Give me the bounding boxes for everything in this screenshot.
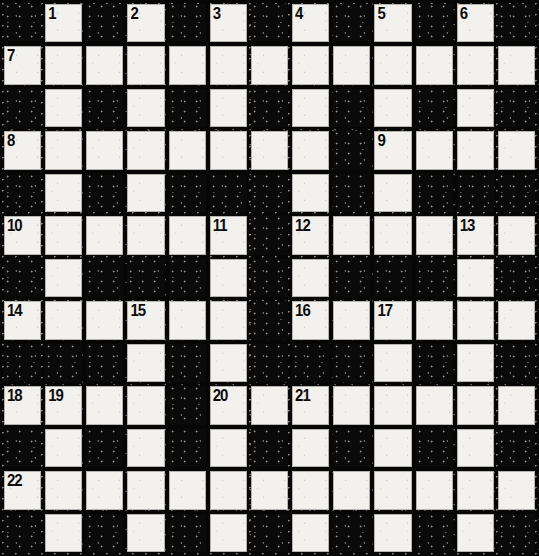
white-cell-r11c11[interactable] bbox=[457, 471, 494, 509]
black-cell-r6c2 bbox=[86, 259, 123, 297]
black-cell-r10c0 bbox=[4, 429, 41, 467]
white-cell-r11c8[interactable] bbox=[333, 471, 370, 509]
clue-number-1: 1 bbox=[48, 4, 55, 22]
white-cell-r1c10[interactable] bbox=[416, 46, 453, 84]
black-cell-r6c6 bbox=[251, 259, 288, 297]
black-cell-r6c12 bbox=[498, 259, 535, 297]
clue-number-20: 20 bbox=[213, 386, 228, 404]
white-cell-r1c2[interactable] bbox=[86, 46, 123, 84]
white-cell-r5c1[interactable] bbox=[45, 216, 82, 254]
white-cell-r2c11[interactable] bbox=[457, 89, 494, 127]
black-cell-r6c10 bbox=[416, 259, 453, 297]
black-cell-r12c10 bbox=[416, 514, 453, 552]
white-cell-r9c1[interactable]: 19 bbox=[45, 386, 82, 424]
clue-number-5: 5 bbox=[377, 4, 384, 22]
white-cell-r0c3[interactable]: 2 bbox=[127, 4, 164, 42]
black-cell-r2c8 bbox=[333, 89, 370, 127]
white-cell-r11c2[interactable] bbox=[86, 471, 123, 509]
white-cell-r10c3[interactable] bbox=[127, 429, 164, 467]
white-cell-r1c6[interactable] bbox=[251, 46, 288, 84]
white-cell-r2c1[interactable] bbox=[45, 89, 82, 127]
white-cell-r6c5[interactable] bbox=[210, 259, 247, 297]
white-cell-r9c10[interactable] bbox=[416, 386, 453, 424]
black-cell-r10c10 bbox=[416, 429, 453, 467]
black-cell-r2c6 bbox=[251, 89, 288, 127]
white-cell-r7c10[interactable] bbox=[416, 301, 453, 339]
white-cell-r1c8[interactable] bbox=[333, 46, 370, 84]
black-cell-r0c4 bbox=[169, 4, 206, 42]
white-cell-r3c5[interactable] bbox=[210, 131, 247, 169]
white-cell-r0c5[interactable]: 3 bbox=[210, 4, 247, 42]
black-cell-r8c8 bbox=[333, 344, 370, 382]
clue-number-22: 22 bbox=[7, 471, 22, 489]
black-cell-r2c4 bbox=[169, 89, 206, 127]
white-cell-r1c0[interactable]: 7 bbox=[4, 46, 41, 84]
white-cell-r0c11[interactable]: 6 bbox=[457, 4, 494, 42]
black-cell-r12c4 bbox=[169, 514, 206, 552]
black-cell-r0c6 bbox=[251, 4, 288, 42]
black-cell-r4c8 bbox=[333, 174, 370, 212]
white-cell-r12c1[interactable] bbox=[45, 514, 82, 552]
white-cell-r2c5[interactable] bbox=[210, 89, 247, 127]
black-cell-r8c7 bbox=[292, 344, 329, 382]
white-cell-r10c5[interactable] bbox=[210, 429, 247, 467]
clue-number-8: 8 bbox=[7, 131, 14, 149]
black-cell-r8c1 bbox=[45, 344, 82, 382]
white-cell-r1c9[interactable] bbox=[374, 46, 411, 84]
black-cell-r8c10 bbox=[416, 344, 453, 382]
white-cell-r8c3[interactable] bbox=[127, 344, 164, 382]
white-cell-r9c9[interactable] bbox=[374, 386, 411, 424]
black-cell-r10c2 bbox=[86, 429, 123, 467]
white-cell-r12c5[interactable] bbox=[210, 514, 247, 552]
white-cell-r7c3[interactable]: 15 bbox=[127, 301, 164, 339]
white-cell-r6c1[interactable] bbox=[45, 259, 82, 297]
white-cell-r9c12[interactable] bbox=[498, 386, 535, 424]
white-cell-r1c1[interactable] bbox=[45, 46, 82, 84]
black-cell-r4c5 bbox=[210, 174, 247, 212]
clue-number-9: 9 bbox=[377, 131, 384, 149]
white-cell-r5c7[interactable]: 12 bbox=[292, 216, 329, 254]
crossword-board: 12345678910111213141516171819202122 bbox=[0, 0, 539, 556]
white-cell-r10c1[interactable] bbox=[45, 429, 82, 467]
white-cell-r6c11[interactable] bbox=[457, 259, 494, 297]
white-cell-r11c5[interactable] bbox=[210, 471, 247, 509]
clue-number-6: 6 bbox=[460, 4, 467, 22]
white-cell-r7c11[interactable] bbox=[457, 301, 494, 339]
white-cell-r1c4[interactable] bbox=[169, 46, 206, 84]
black-cell-r6c4 bbox=[169, 259, 206, 297]
white-cell-r3c3[interactable] bbox=[127, 131, 164, 169]
clue-number-3: 3 bbox=[213, 4, 220, 22]
black-cell-r10c8 bbox=[333, 429, 370, 467]
black-cell-r0c0 bbox=[4, 4, 41, 42]
white-cell-r1c3[interactable] bbox=[127, 46, 164, 84]
white-cell-r5c10[interactable] bbox=[416, 216, 453, 254]
black-cell-r6c8 bbox=[333, 259, 370, 297]
white-cell-r3c6[interactable] bbox=[251, 131, 288, 169]
clue-number-18: 18 bbox=[7, 386, 22, 404]
clue-number-17: 17 bbox=[377, 301, 392, 319]
white-cell-r9c6[interactable] bbox=[251, 386, 288, 424]
white-cell-r0c1[interactable]: 1 bbox=[45, 4, 82, 42]
white-cell-r5c2[interactable] bbox=[86, 216, 123, 254]
white-cell-r3c0[interactable]: 8 bbox=[4, 131, 41, 169]
black-cell-r12c0 bbox=[4, 514, 41, 552]
white-cell-r11c6[interactable] bbox=[251, 471, 288, 509]
white-cell-r4c7[interactable] bbox=[292, 174, 329, 212]
white-cell-r3c4[interactable] bbox=[169, 131, 206, 169]
clue-number-15: 15 bbox=[130, 301, 145, 319]
white-cell-r5c9[interactable] bbox=[374, 216, 411, 254]
white-cell-r3c2[interactable] bbox=[86, 131, 123, 169]
clue-number-16: 16 bbox=[295, 301, 310, 319]
clue-number-11: 11 bbox=[213, 216, 227, 234]
white-cell-r5c12[interactable] bbox=[498, 216, 535, 254]
black-cell-r12c2 bbox=[86, 514, 123, 552]
black-cell-r4c11 bbox=[457, 174, 494, 212]
white-cell-r2c9[interactable] bbox=[374, 89, 411, 127]
clue-number-13: 13 bbox=[460, 216, 475, 234]
white-cell-r4c3[interactable] bbox=[127, 174, 164, 212]
black-cell-r10c12 bbox=[498, 429, 535, 467]
white-cell-r7c12[interactable] bbox=[498, 301, 535, 339]
white-cell-r1c5[interactable] bbox=[210, 46, 247, 84]
white-cell-r12c7[interactable] bbox=[292, 514, 329, 552]
white-cell-r5c4[interactable] bbox=[169, 216, 206, 254]
white-cell-r7c0[interactable]: 14 bbox=[4, 301, 41, 339]
black-cell-r8c0 bbox=[4, 344, 41, 382]
black-cell-r4c12 bbox=[498, 174, 535, 212]
black-cell-r8c2 bbox=[86, 344, 123, 382]
black-cell-r2c10 bbox=[416, 89, 453, 127]
black-cell-r12c12 bbox=[498, 514, 535, 552]
clue-number-4: 4 bbox=[295, 4, 302, 22]
black-cell-r7c6 bbox=[251, 301, 288, 339]
white-cell-r9c7[interactable]: 21 bbox=[292, 386, 329, 424]
white-cell-r8c11[interactable] bbox=[457, 344, 494, 382]
white-cell-r11c9[interactable] bbox=[374, 471, 411, 509]
crossword-page: 12345678910111213141516171819202122 bbox=[0, 0, 539, 556]
white-cell-r9c8[interactable] bbox=[333, 386, 370, 424]
white-cell-r11c7[interactable] bbox=[292, 471, 329, 509]
white-cell-r3c7[interactable] bbox=[292, 131, 329, 169]
white-cell-r4c1[interactable] bbox=[45, 174, 82, 212]
white-cell-r9c5[interactable]: 20 bbox=[210, 386, 247, 424]
white-cell-r7c9[interactable]: 17 bbox=[374, 301, 411, 339]
white-cell-r11c10[interactable] bbox=[416, 471, 453, 509]
white-cell-r2c7[interactable] bbox=[292, 89, 329, 127]
black-cell-r4c2 bbox=[86, 174, 123, 212]
white-cell-r0c9[interactable]: 5 bbox=[374, 4, 411, 42]
black-cell-r0c2 bbox=[86, 4, 123, 42]
black-cell-r2c0 bbox=[4, 89, 41, 127]
white-cell-r5c0[interactable]: 10 bbox=[4, 216, 41, 254]
white-cell-r1c12[interactable] bbox=[498, 46, 535, 84]
white-cell-r12c3[interactable] bbox=[127, 514, 164, 552]
white-cell-r5c11[interactable]: 13 bbox=[457, 216, 494, 254]
black-cell-r8c6 bbox=[251, 344, 288, 382]
black-cell-r0c10 bbox=[416, 4, 453, 42]
black-cell-r12c6 bbox=[251, 514, 288, 552]
clue-number-21: 21 bbox=[295, 386, 310, 404]
white-cell-r7c1[interactable] bbox=[45, 301, 82, 339]
clue-number-19: 19 bbox=[48, 386, 63, 404]
black-cell-r6c0 bbox=[4, 259, 41, 297]
white-cell-r2c3[interactable] bbox=[127, 89, 164, 127]
black-cell-r10c6 bbox=[251, 429, 288, 467]
black-cell-r8c12 bbox=[498, 344, 535, 382]
white-cell-r4c9[interactable] bbox=[374, 174, 411, 212]
white-cell-r9c2[interactable] bbox=[86, 386, 123, 424]
white-cell-r5c8[interactable] bbox=[333, 216, 370, 254]
black-cell-r4c10 bbox=[416, 174, 453, 212]
clue-number-2: 2 bbox=[130, 4, 137, 22]
black-cell-r9c4 bbox=[169, 386, 206, 424]
black-cell-r3c8 bbox=[333, 131, 370, 169]
white-cell-r6c7[interactable] bbox=[292, 259, 329, 297]
white-cell-r11c0[interactable]: 22 bbox=[4, 471, 41, 509]
black-cell-r4c0 bbox=[4, 174, 41, 212]
white-cell-r5c3[interactable] bbox=[127, 216, 164, 254]
white-cell-r3c9[interactable]: 9 bbox=[374, 131, 411, 169]
clue-number-12: 12 bbox=[295, 216, 310, 234]
white-cell-r11c12[interactable] bbox=[498, 471, 535, 509]
black-cell-r5c6 bbox=[251, 216, 288, 254]
white-cell-r7c7[interactable]: 16 bbox=[292, 301, 329, 339]
clue-number-7: 7 bbox=[7, 46, 14, 64]
white-cell-r7c8[interactable] bbox=[333, 301, 370, 339]
white-cell-r1c11[interactable] bbox=[457, 46, 494, 84]
black-cell-r10c4 bbox=[169, 429, 206, 467]
black-cell-r2c2 bbox=[86, 89, 123, 127]
white-cell-r8c9[interactable] bbox=[374, 344, 411, 382]
clue-number-14: 14 bbox=[7, 301, 22, 319]
white-cell-r9c11[interactable] bbox=[457, 386, 494, 424]
black-cell-r6c9 bbox=[374, 259, 411, 297]
white-cell-r3c10[interactable] bbox=[416, 131, 453, 169]
black-cell-r0c12 bbox=[498, 4, 535, 42]
white-cell-r11c4[interactable] bbox=[169, 471, 206, 509]
black-cell-r8c4 bbox=[169, 344, 206, 382]
white-cell-r3c1[interactable] bbox=[45, 131, 82, 169]
white-cell-r11c1[interactable] bbox=[45, 471, 82, 509]
white-cell-r9c0[interactable]: 18 bbox=[4, 386, 41, 424]
white-cell-r10c11[interactable] bbox=[457, 429, 494, 467]
white-cell-r0c7[interactable]: 4 bbox=[292, 4, 329, 42]
black-cell-r2c12 bbox=[498, 89, 535, 127]
white-cell-r10c7[interactable] bbox=[292, 429, 329, 467]
white-cell-r12c9[interactable] bbox=[374, 514, 411, 552]
white-cell-r5c5[interactable]: 11 bbox=[210, 216, 247, 254]
black-cell-r12c8 bbox=[333, 514, 370, 552]
white-cell-r3c11[interactable] bbox=[457, 131, 494, 169]
clue-number-10: 10 bbox=[7, 216, 22, 234]
white-cell-r3c12[interactable] bbox=[498, 131, 535, 169]
white-cell-r1c7[interactable] bbox=[292, 46, 329, 84]
white-cell-r7c5[interactable] bbox=[210, 301, 247, 339]
white-cell-r7c4[interactable] bbox=[169, 301, 206, 339]
black-cell-r0c8 bbox=[333, 4, 370, 42]
white-cell-r10c9[interactable] bbox=[374, 429, 411, 467]
white-cell-r8c5[interactable] bbox=[210, 344, 247, 382]
black-cell-r4c6 bbox=[251, 174, 288, 212]
black-cell-r4c4 bbox=[169, 174, 206, 212]
white-cell-r12c11[interactable] bbox=[457, 514, 494, 552]
white-cell-r11c3[interactable] bbox=[127, 471, 164, 509]
white-cell-r7c2[interactable] bbox=[86, 301, 123, 339]
white-cell-r9c3[interactable] bbox=[127, 386, 164, 424]
black-cell-r6c3 bbox=[127, 259, 164, 297]
